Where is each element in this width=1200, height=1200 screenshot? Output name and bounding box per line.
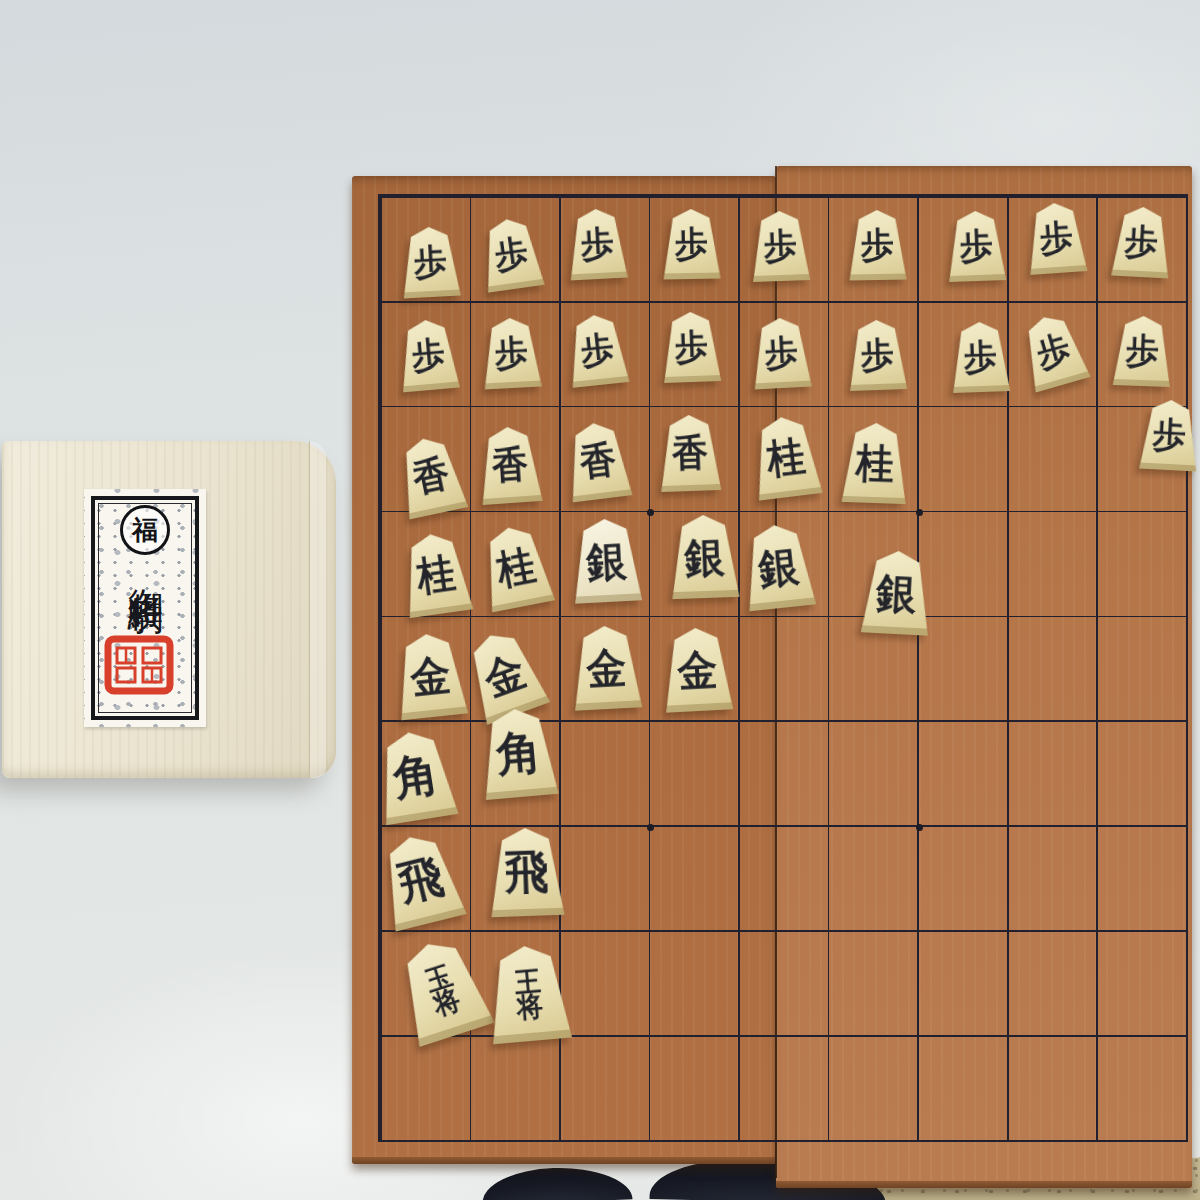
piece-kanji: 銀: [586, 539, 628, 581]
piece-lance[interactable]: 香: [478, 425, 543, 505]
piece-kanji: 歩: [1125, 334, 1159, 368]
piece-kanji: 香: [578, 441, 618, 481]
piece-kanji: 歩: [674, 330, 708, 364]
piece-body: 歩: [848, 210, 906, 281]
board-grid: 歩歩歩歩歩歩歩歩歩歩歩歩歩歩歩歩歩歩香香香香桂桂歩桂桂銀銀銀銀金金金金角角飛飛玉…: [378, 194, 1188, 1142]
piece-body: 香: [659, 414, 722, 492]
piece-body: 銀: [571, 517, 642, 603]
piece-body: 歩: [751, 317, 812, 390]
piece-pawn[interactable]: 歩: [1017, 310, 1091, 393]
piece-kanji: 金: [676, 648, 718, 690]
piece-kanji: 歩: [1152, 418, 1187, 453]
piece-body: 歩: [1113, 315, 1172, 387]
piece-body: 歩: [478, 216, 544, 293]
star-point: [916, 824, 923, 831]
shogi-board: 歩歩歩歩歩歩歩歩歩歩歩歩歩歩歩歩歩歩香香香香桂桂歩桂桂銀銀銀銀金金金金角角飛飛玉…: [352, 166, 1192, 1188]
piece-body: 歩: [1111, 206, 1172, 279]
piece-body: 歩: [568, 208, 629, 281]
piece-pawn[interactable]: 歩: [481, 317, 542, 390]
piece-body: 金: [662, 626, 733, 712]
piece-body: 銀: [740, 521, 815, 611]
piece-body: 銀: [670, 513, 740, 598]
piece-gold[interactable]: 金: [662, 626, 733, 712]
piece-knight[interactable]: 桂: [841, 422, 908, 504]
piece-body: 香: [394, 433, 468, 520]
star-point: [647, 824, 654, 831]
piece-kanji: 歩: [1033, 331, 1074, 372]
piece-kanji: 飛: [504, 849, 550, 895]
piece-kanji: 金: [586, 646, 628, 688]
piece-kanji: 歩: [764, 336, 799, 371]
piece-rook[interactable]: 飛: [488, 827, 564, 917]
piece-kanji: 歩: [963, 340, 997, 374]
piece-kanji: 歩: [860, 338, 894, 372]
piece-kanji: 歩: [581, 227, 616, 262]
piece-pawn[interactable]: 歩: [950, 321, 1009, 393]
piece-kanji: 歩: [763, 229, 797, 263]
piece-kanji: 歩: [1124, 225, 1159, 260]
piece-body: 歩: [1026, 202, 1088, 276]
piece-body: 角: [373, 727, 459, 825]
piece-body: 王将: [485, 943, 572, 1045]
piece-pawn[interactable]: 歩: [1139, 399, 1200, 472]
piece-kanji: 将: [515, 992, 543, 1020]
piece-kanji: 歩: [413, 245, 448, 280]
piece-kanji: 桂: [855, 443, 894, 483]
label-title: 御将棋駒: [128, 561, 163, 577]
box-label: 福 御将棋駒: [84, 489, 206, 727]
piece-body: 歩: [950, 321, 1009, 393]
piece-body: 歩: [400, 226, 461, 299]
piece-silver[interactable]: 銀: [740, 521, 815, 611]
piece-kanji: 歩: [493, 236, 530, 273]
wooden-piece-box[interactable]: 福 御将棋駒: [2, 441, 336, 778]
piece-kanji: 歩: [675, 228, 709, 262]
piece-pawn[interactable]: 歩: [1113, 315, 1172, 387]
piece-pawn[interactable]: 歩: [946, 210, 1005, 282]
piece-body: 飛: [375, 828, 467, 931]
piece-body: 桂: [477, 522, 555, 613]
piece-bishop[interactable]: 角: [373, 727, 459, 825]
piece-kanji: 桂: [414, 553, 457, 596]
piece-kanji: 銀: [684, 535, 725, 577]
piece-king[interactable]: 王将: [485, 943, 572, 1045]
star-point: [647, 509, 654, 516]
piece-body: 飛: [488, 827, 564, 917]
piece-kanji: 金: [479, 648, 530, 700]
piece-kanji: 桂: [765, 436, 807, 479]
piece-kanji: 銀: [876, 571, 918, 613]
piece-kanji: 香: [672, 434, 709, 471]
piece-gold[interactable]: 金: [571, 624, 642, 710]
fuku-circle-mark: 福: [120, 505, 170, 555]
piece-body: 玉将: [391, 932, 495, 1047]
piece-silver[interactable]: 銀: [670, 513, 740, 598]
piece-kanji: 香: [409, 455, 452, 498]
piece-king[interactable]: 玉将: [391, 932, 495, 1047]
piece-bishop[interactable]: 角: [478, 706, 558, 800]
piece-pawn[interactable]: 歩: [1026, 202, 1088, 276]
piece-kanji: 歩: [494, 336, 529, 371]
piece-pawn[interactable]: 歩: [848, 210, 906, 281]
piece-silver[interactable]: 銀: [571, 517, 642, 603]
piece-body: 歩: [1017, 310, 1091, 393]
piece-body: 香: [563, 420, 632, 503]
piece-kanji: 金: [409, 653, 453, 697]
piece-body: 歩: [566, 313, 630, 389]
piece-kanji: 角: [391, 751, 441, 802]
piece-kanji: 香: [491, 446, 529, 485]
piece-kanji: 歩: [580, 332, 616, 368]
piece-body: 歩: [848, 319, 907, 391]
piece-body: 歩: [750, 210, 809, 282]
piece-lance[interactable]: 香: [659, 414, 722, 492]
piece-pawn[interactable]: 歩: [397, 318, 460, 393]
piece-silver[interactable]: 銀: [861, 549, 932, 635]
piece-body: 金: [571, 624, 642, 710]
piece-kanji: 歩: [861, 229, 895, 263]
piece-pawn[interactable]: 歩: [1111, 206, 1172, 279]
piece-pawn[interactable]: 歩: [662, 209, 720, 280]
piece-body: 歩: [662, 311, 721, 383]
box-edge: [309, 441, 326, 778]
product-photo-scene: 福 御将棋駒 歩歩歩歩歩歩歩歩歩歩歩歩歩歩歩歩歩歩香香香香桂桂歩桂桂銀銀銀銀金金…: [0, 0, 1200, 1200]
piece-pawn[interactable]: 歩: [568, 208, 629, 281]
piece-body: 歩: [662, 209, 720, 280]
piece-kanji: 将: [430, 985, 463, 1018]
piece-knight[interactable]: 桂: [477, 522, 555, 613]
piece-body: 金: [393, 630, 468, 720]
piece-kanji: 角: [494, 729, 542, 777]
piece-kanji: 歩: [411, 337, 447, 373]
piece-body: 歩: [1139, 399, 1200, 472]
piece-lance[interactable]: 香: [394, 433, 468, 520]
red-seal-stamp: [104, 635, 174, 695]
piece-rook[interactable]: 飛: [375, 828, 467, 931]
piece-body: 角: [478, 706, 558, 800]
piece-body: 桂: [749, 414, 822, 501]
piece-kanji: 飛: [394, 853, 447, 907]
piece-body: 桂: [841, 422, 908, 504]
piece-pawn[interactable]: 歩: [750, 210, 809, 282]
piece-body: 桂: [399, 530, 474, 618]
piece-pawn[interactable]: 歩: [566, 313, 630, 389]
piece-kanji: 歩: [1039, 221, 1074, 256]
piece-body: 歩: [481, 317, 542, 390]
piece-pawn[interactable]: 歩: [751, 317, 812, 390]
fuku-character: 福: [132, 513, 158, 548]
piece-knight[interactable]: 桂: [399, 530, 474, 618]
star-point: [916, 509, 923, 516]
piece-knight[interactable]: 桂: [749, 414, 822, 501]
piece-gold[interactable]: 金: [393, 630, 468, 720]
piece-kanji: 桂: [494, 545, 539, 590]
piece-kanji: 歩: [959, 229, 993, 263]
piece-pawn[interactable]: 歩: [400, 226, 461, 299]
piece-pawn[interactable]: 歩: [478, 216, 544, 293]
piece-body: 歩: [397, 318, 460, 393]
piece-pawn[interactable]: 歩: [848, 319, 907, 391]
piece-body: 歩: [946, 210, 1005, 282]
piece-kanji: 銀: [756, 544, 800, 588]
piece-body: 香: [478, 425, 543, 505]
piece-lance[interactable]: 香: [563, 420, 632, 503]
piece-body: 銀: [861, 549, 932, 635]
piece-pawn[interactable]: 歩: [662, 311, 721, 383]
